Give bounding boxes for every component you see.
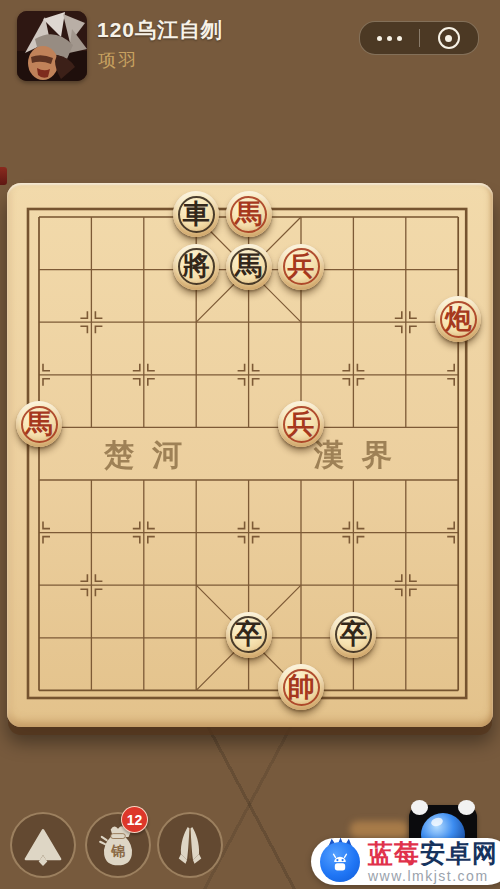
pray-button[interactable] — [157, 812, 223, 878]
avatar — [17, 11, 87, 81]
peak-icon — [18, 820, 68, 870]
watermark: 蓝莓安卓网 www.lmkjst.com — [311, 838, 500, 885]
hint-count-badge: 12 — [121, 806, 148, 833]
piece-label: 炮 — [445, 305, 472, 332]
watermark-logo — [320, 842, 360, 882]
piece-black-chariot[interactable]: 車 — [173, 191, 219, 237]
watermark-url: www.lmkjst.com — [368, 869, 498, 883]
praying-hands-icon — [166, 821, 214, 869]
svg-text:锦: 锦 — [110, 843, 125, 859]
piece-red-horse[interactable]: 馬 — [226, 191, 272, 237]
piece-black-general[interactable]: 將 — [173, 244, 219, 290]
home-button[interactable] — [10, 812, 76, 878]
piece-label: 車 — [183, 200, 210, 227]
piece-label: 馬 — [235, 252, 262, 279]
header-bar: 120乌江自刎 项羽 — [0, 0, 500, 96]
piece-black-soldier[interactable]: 卒 — [330, 612, 376, 658]
piece-black-horse[interactable]: 馬 — [226, 244, 272, 290]
piece-label: 將 — [183, 252, 210, 279]
android-robot-icon — [327, 849, 353, 875]
obscured-text — [350, 821, 408, 838]
target-icon — [438, 27, 460, 49]
watermark-brand: 蓝莓安卓网 — [368, 841, 498, 866]
avatar-art — [17, 11, 87, 81]
piece-red-soldier[interactable]: 兵 — [278, 244, 324, 290]
piece-black-soldier[interactable]: 卒 — [226, 612, 272, 658]
piece-label: 帥 — [288, 673, 315, 700]
piece-label: 馬 — [235, 200, 262, 227]
level-subtitle: 项羽 — [98, 48, 138, 72]
piece-label: 馬 — [26, 410, 53, 437]
more-dots-icon — [377, 36, 402, 41]
level-title: 120乌江自刎 — [97, 16, 223, 44]
piece-label: 卒 — [235, 620, 262, 647]
close-button[interactable] — [420, 22, 479, 54]
piece-label: 兵 — [288, 410, 315, 437]
wall-red-decor — [0, 167, 7, 185]
miniprogram-capsule — [359, 21, 479, 55]
piece-label: 卒 — [340, 620, 367, 647]
piece-label: 兵 — [288, 252, 315, 279]
more-button[interactable] — [360, 22, 419, 54]
river-label-left: 楚河 — [73, 430, 213, 480]
